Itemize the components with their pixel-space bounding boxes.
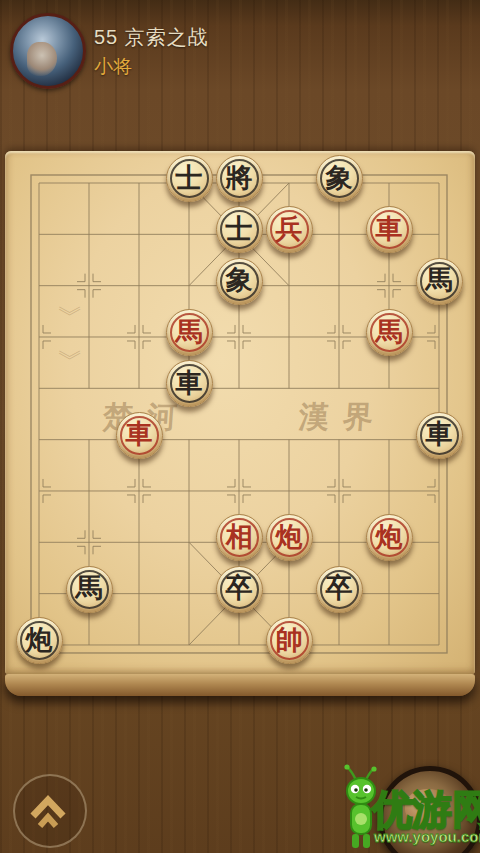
piece-character: 帥 (276, 627, 303, 654)
piece-red-elephant[interactable]: 相 (216, 514, 263, 561)
piece-character: 士 (226, 216, 253, 243)
collapse-button[interactable] (13, 774, 87, 848)
piece-character: 炮 (276, 524, 303, 551)
chevron-up-icon (15, 776, 81, 842)
piece-black-elephant[interactable]: 象 (316, 155, 363, 202)
piece-black-cannon[interactable]: 炮 (16, 617, 63, 664)
piece-red-chariot[interactable]: 車 (366, 206, 413, 253)
puzzle-header: 55 京索之战 小将 (0, 0, 480, 100)
piece-character: 炮 (26, 627, 53, 654)
piece-black-horse[interactable]: 馬 (66, 566, 113, 613)
piece-layer: 士將象士兵車象馬馬馬車車車相炮炮馬卒卒炮帥 (14, 153, 464, 667)
board-front-edge (5, 674, 475, 696)
piece-character: 士 (176, 165, 203, 192)
piece-black-advisor[interactable]: 士 (166, 155, 213, 202)
piece-black-elephant[interactable]: 象 (216, 258, 263, 305)
piece-black-chariot[interactable]: 車 (416, 412, 463, 459)
piece-character: 車 (126, 421, 153, 448)
piece-red-horse[interactable]: 馬 (366, 309, 413, 356)
piece-character: 車 (426, 421, 453, 448)
avatar (10, 13, 86, 89)
puzzle-title: 55 京索之战 (94, 24, 209, 51)
piece-character: 相 (226, 524, 253, 551)
piece-character: 車 (176, 370, 203, 397)
piece-black-general[interactable]: 將 (216, 155, 263, 202)
piece-red-cannon[interactable]: 炮 (266, 514, 313, 561)
piece-character: 兵 (276, 216, 303, 243)
piece-character: 馬 (426, 267, 453, 294)
puzzle-difficulty-label: 小将 (94, 54, 132, 80)
piece-character: 馬 (376, 319, 403, 346)
piece-red-cannon[interactable]: 炮 (366, 514, 413, 561)
piece-black-soldier[interactable]: 卒 (316, 566, 363, 613)
piece-character: 車 (376, 216, 403, 243)
piece-character: 卒 (326, 575, 353, 602)
piece-character: 卒 (226, 575, 253, 602)
piece-black-advisor[interactable]: 士 (216, 206, 263, 253)
piece-character: 將 (226, 165, 253, 192)
piece-character: 象 (226, 267, 253, 294)
piece-red-chariot[interactable]: 車 (116, 412, 163, 459)
piece-black-horse[interactable]: 馬 (416, 258, 463, 305)
piece-black-chariot[interactable]: 車 (166, 360, 213, 407)
piece-character: 象 (326, 165, 353, 192)
piece-black-soldier[interactable]: 卒 (216, 566, 263, 613)
app-screen: 55 京索之战 小将 楚河 漢界 》 》 士將象士兵車象馬馬馬車車車相炮炮馬卒卒… (0, 0, 480, 853)
piece-red-general[interactable]: 帥 (266, 617, 313, 664)
piece-character: 馬 (76, 575, 103, 602)
piece-character: 炮 (376, 524, 403, 551)
piece-red-horse[interactable]: 馬 (166, 309, 213, 356)
piece-red-soldier[interactable]: 兵 (266, 206, 313, 253)
piece-character: 馬 (176, 319, 203, 346)
